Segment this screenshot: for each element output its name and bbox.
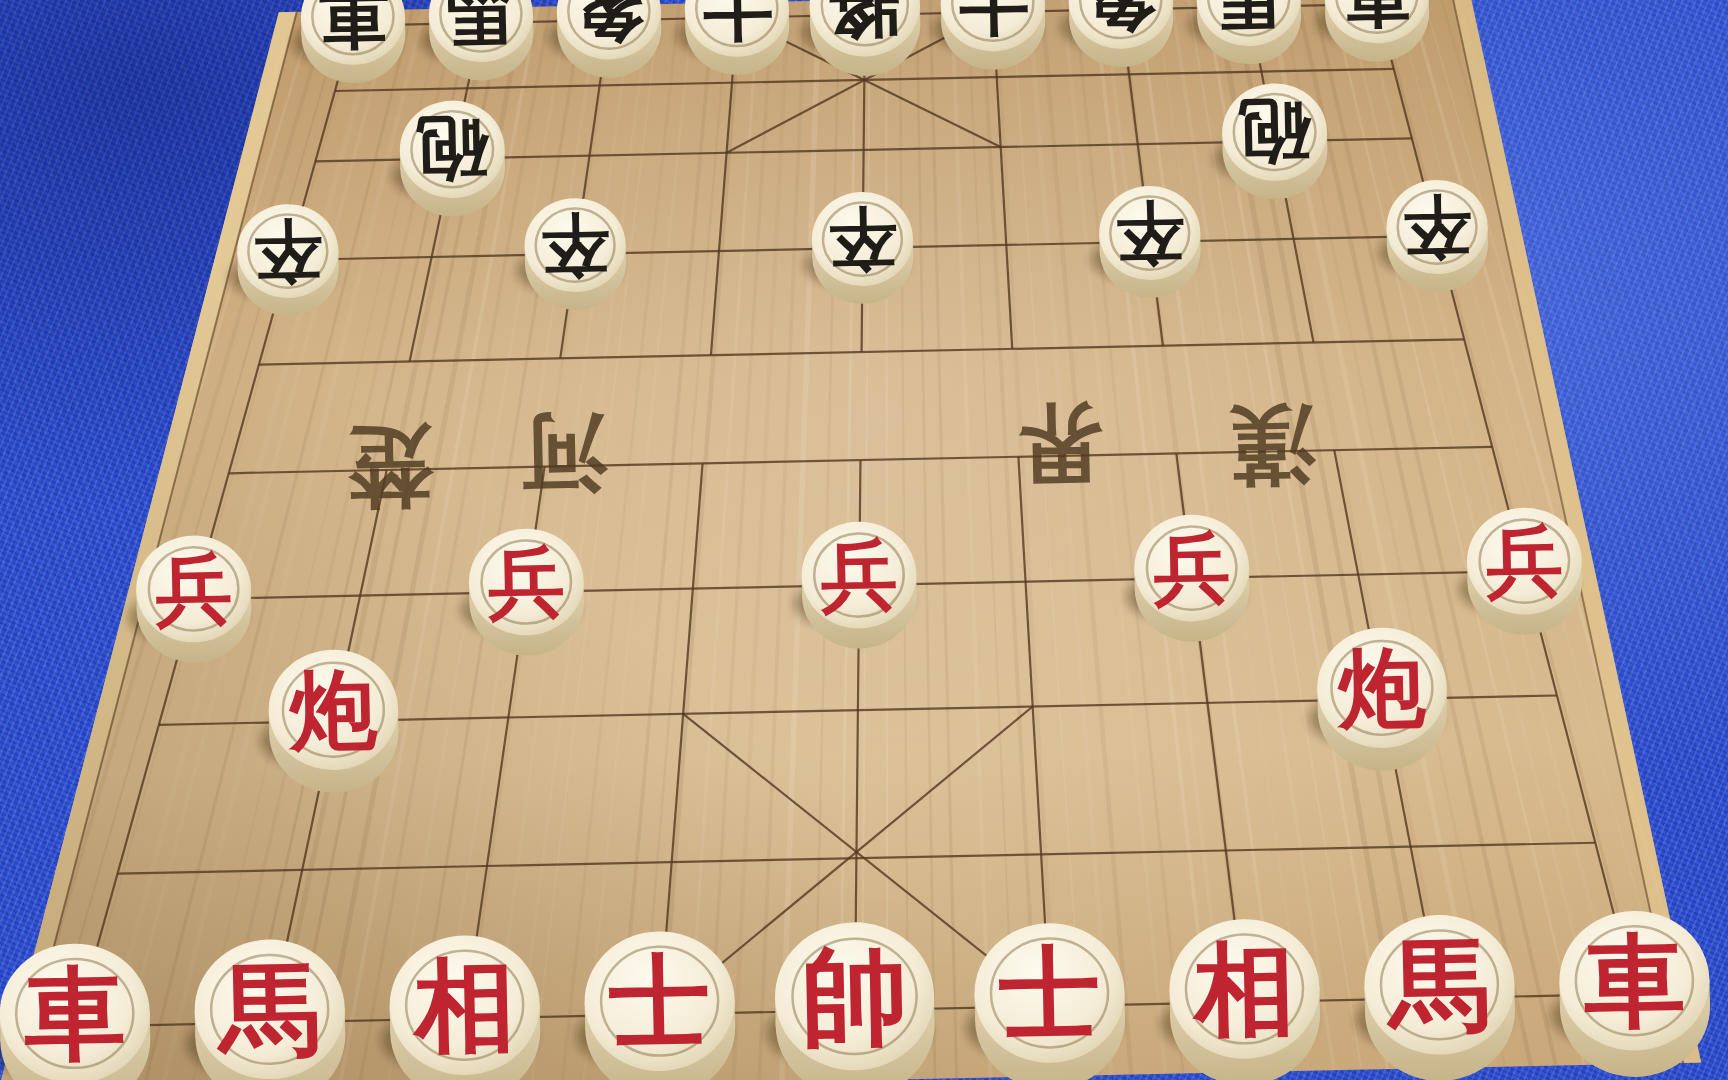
svg-text:馬: 馬 <box>1213 0 1288 40</box>
board-world: 楚 河 界 漢 車馬象士將士象馬車砲砲卒卒卒卒卒兵兵兵兵兵炮炮車馬相士帥士相馬車 <box>0 0 1728 1080</box>
svg-text:卒: 卒 <box>1402 186 1473 267</box>
svg-text:士: 士 <box>607 941 711 1062</box>
svg-text:兵: 兵 <box>1484 515 1564 607</box>
svg-text:砲: 砲 <box>1237 89 1313 175</box>
river-char-jie: 界 <box>1016 393 1105 496</box>
svg-text:車: 車 <box>1583 920 1686 1041</box>
svg-text:卒: 卒 <box>253 210 324 291</box>
svg-text:士: 士 <box>957 0 1029 45</box>
river-char-he: 河 <box>520 403 609 506</box>
svg-text:相: 相 <box>410 945 516 1066</box>
svg-text:車: 車 <box>1341 0 1413 37</box>
svg-text:相: 相 <box>1190 928 1296 1049</box>
xiangqi-photo-scene: 楚 河 界 漢 車馬象士將士象馬車砲砲卒卒卒卒卒兵兵兵兵兵炮炮車馬相士帥士相馬車 <box>0 0 1728 1080</box>
river-char-han: 漢 <box>1228 395 1317 498</box>
xiangqi-board: 楚 河 界 漢 車馬象士將士象馬車砲砲卒卒卒卒卒兵兵兵兵兵炮炮車馬相士帥士相馬車 <box>0 0 1728 1080</box>
svg-text:炮: 炮 <box>1335 635 1427 740</box>
svg-text:象: 象 <box>1085 0 1158 43</box>
svg-text:卒: 卒 <box>1115 192 1186 273</box>
svg-text:士: 士 <box>997 932 1101 1053</box>
svg-text:馬: 馬 <box>445 0 520 56</box>
svg-text:象: 象 <box>573 0 646 53</box>
svg-text:兵: 兵 <box>819 529 899 621</box>
svg-text:兵: 兵 <box>1151 522 1231 614</box>
svg-text:將: 將 <box>827 0 904 49</box>
svg-text:車: 車 <box>23 953 126 1074</box>
svg-text:卒: 卒 <box>828 198 899 279</box>
svg-text:兵: 兵 <box>153 543 233 635</box>
svg-text:炮: 炮 <box>287 657 379 762</box>
svg-text:砲: 砲 <box>415 107 491 193</box>
svg-text:卒: 卒 <box>540 204 611 285</box>
svg-text:兵: 兵 <box>486 536 566 628</box>
svg-text:車: 車 <box>317 0 389 59</box>
svg-text:馬: 馬 <box>1384 924 1491 1045</box>
svg-text:馬: 馬 <box>214 949 321 1070</box>
svg-text:帥: 帥 <box>800 933 910 1060</box>
svg-text:士: 士 <box>701 0 773 51</box>
